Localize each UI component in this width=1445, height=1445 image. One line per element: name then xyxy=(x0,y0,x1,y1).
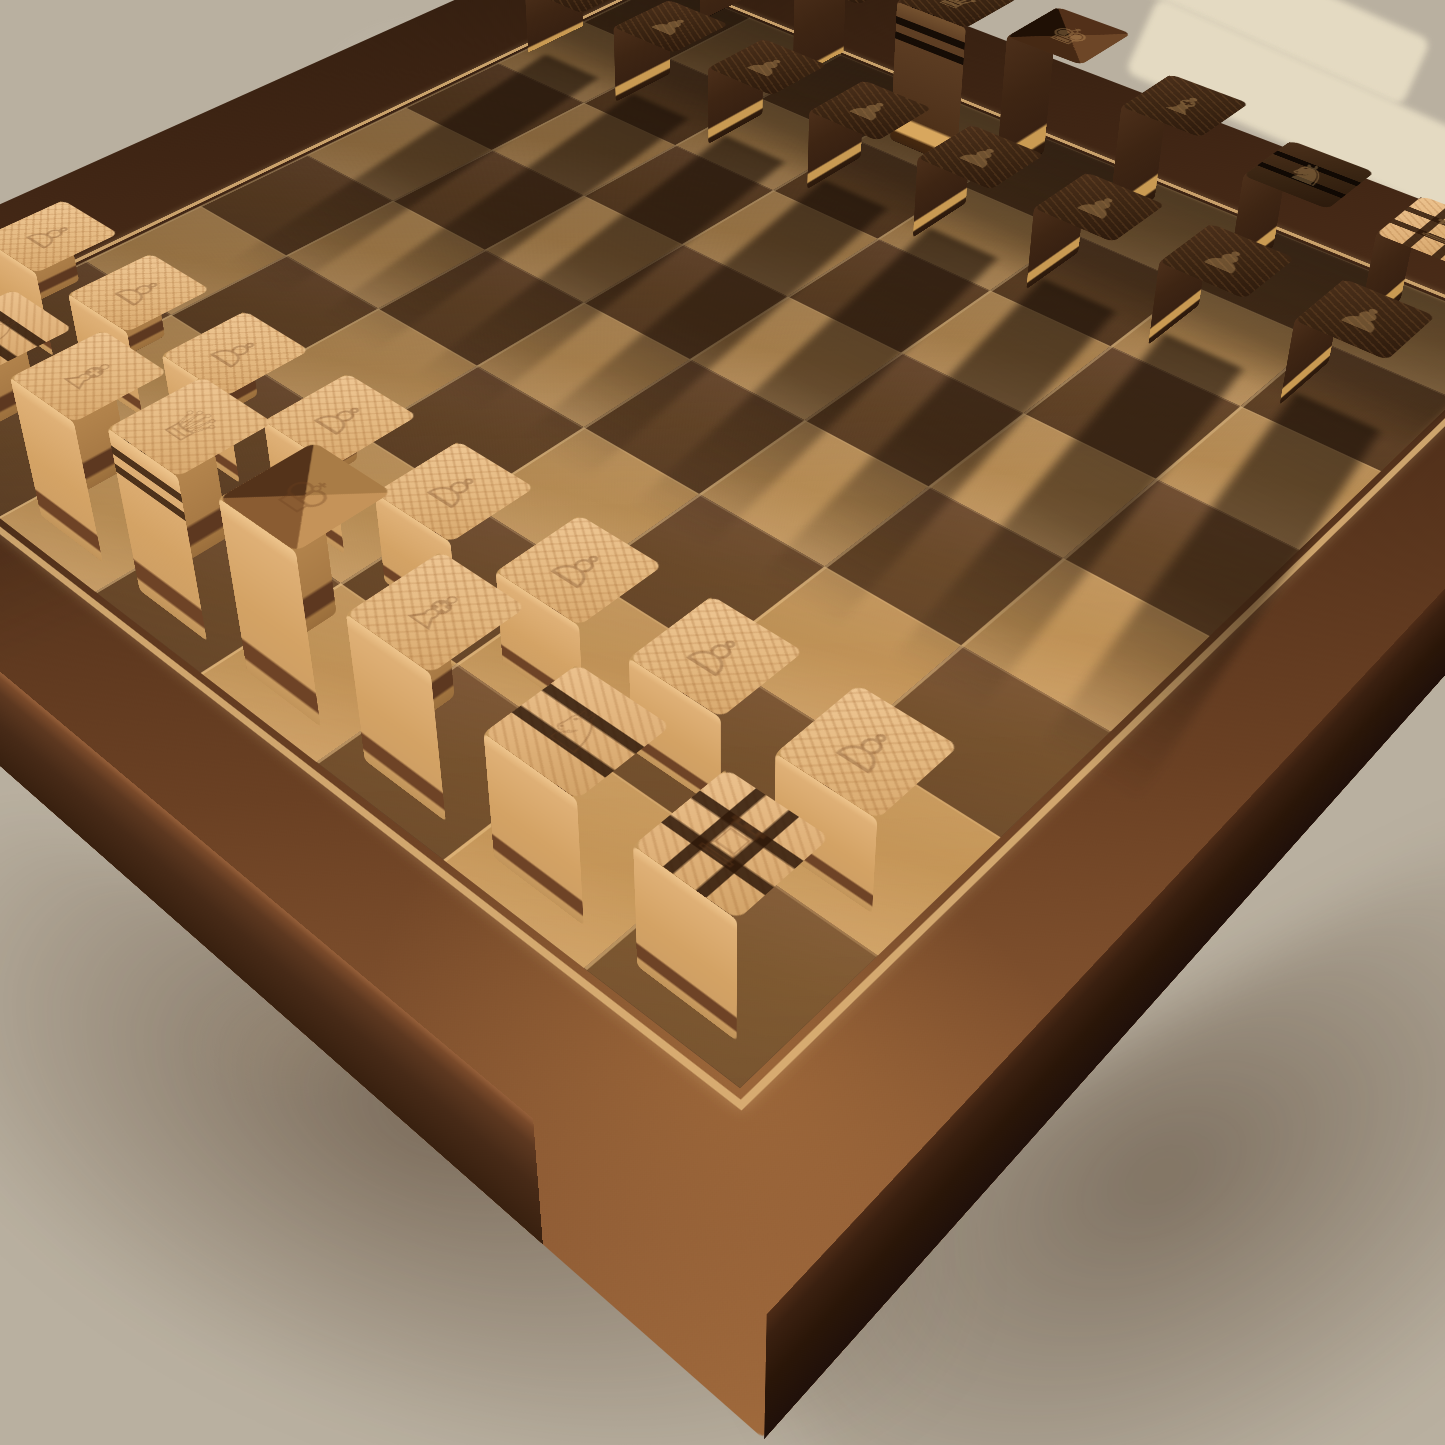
board-3d-world: ♜♞♝♛♚♝♞♜♟♟♟♟♟♟♟♟♙♙♙♙♙♙♙♙♖♘♗♕♔♗♘♖ xyxy=(0,0,1445,1445)
chess-set-photo: ♜♞♝♛♚♝♞♜♟♟♟♟♟♟♟♟♙♙♙♙♙♙♙♙♖♘♗♕♔♗♘♖ xyxy=(0,0,1445,1445)
chessboard-assembly: ♜♞♝♛♚♝♞♜♟♟♟♟♟♟♟♟♙♙♙♙♙♙♙♙♖♘♗♕♔♗♘♖ xyxy=(0,0,1445,1440)
